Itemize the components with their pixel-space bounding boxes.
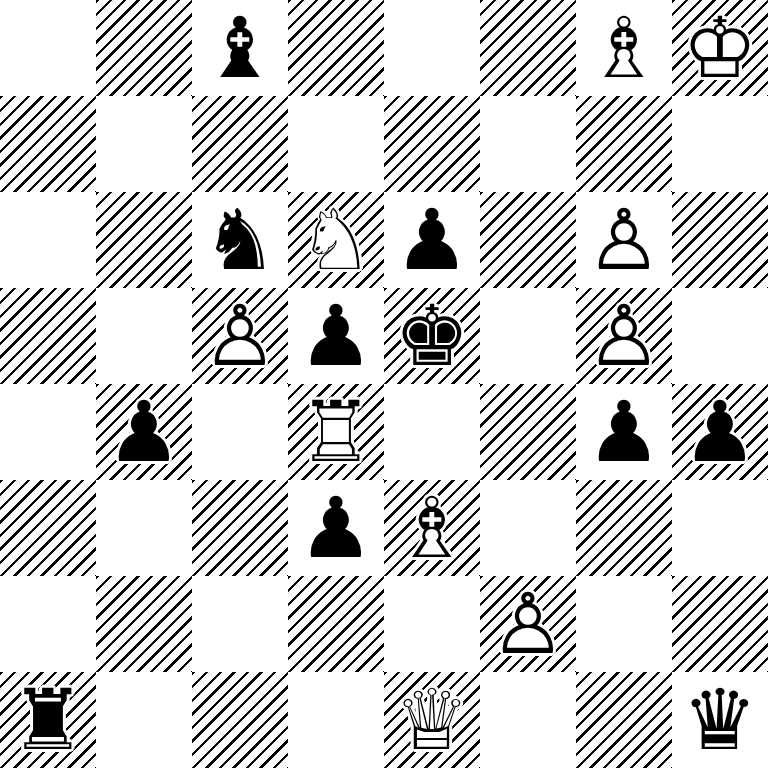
black-rook-icon: ♜ xyxy=(0,672,96,768)
square-g1[interactable] xyxy=(576,672,672,768)
black-pawn-icon: ♟ xyxy=(672,384,768,480)
white-pawn-icon: ♙ xyxy=(480,576,576,672)
square-b8[interactable] xyxy=(96,0,192,96)
white-knight-icon: ♘ xyxy=(288,192,384,288)
square-e3[interactable]: ♝♗ xyxy=(384,480,480,576)
square-c5[interactable]: ♟♙ xyxy=(192,288,288,384)
chess-board: ♝♝♝♗♚♔♞♞♞♘♟♟♟♙♟♙♟♟♚♚♟♙♟♟♜♖♟♟♟♟♟♟♝♗♟♙♜♜♛♕… xyxy=(0,0,768,768)
square-c1[interactable] xyxy=(192,672,288,768)
square-c8[interactable]: ♝♝ xyxy=(192,0,288,96)
square-b3[interactable] xyxy=(96,480,192,576)
square-b2[interactable] xyxy=(96,576,192,672)
square-g8[interactable]: ♝♗ xyxy=(576,0,672,96)
square-h5[interactable] xyxy=(672,288,768,384)
square-f3[interactable] xyxy=(480,480,576,576)
square-f7[interactable] xyxy=(480,96,576,192)
white-queen-icon: ♕ xyxy=(384,672,480,768)
square-g4[interactable]: ♟♟ xyxy=(576,384,672,480)
square-a1[interactable]: ♜♜ xyxy=(0,672,96,768)
square-e1[interactable]: ♛♕ xyxy=(384,672,480,768)
square-a8[interactable] xyxy=(0,0,96,96)
white-pawn-icon: ♙ xyxy=(192,288,288,384)
square-e5[interactable]: ♚♚ xyxy=(384,288,480,384)
square-a6[interactable] xyxy=(0,192,96,288)
square-e7[interactable] xyxy=(384,96,480,192)
white-king-icon: ♔ xyxy=(672,0,768,96)
square-a5[interactable] xyxy=(0,288,96,384)
square-e8[interactable] xyxy=(384,0,480,96)
square-g3[interactable] xyxy=(576,480,672,576)
black-pawn-icon: ♟ xyxy=(384,192,480,288)
black-knight-icon: ♞ xyxy=(192,192,288,288)
square-d7[interactable] xyxy=(288,96,384,192)
black-pawn-icon: ♟ xyxy=(96,384,192,480)
white-bishop-icon: ♗ xyxy=(576,0,672,96)
black-queen-icon: ♛ xyxy=(672,672,768,768)
square-b5[interactable] xyxy=(96,288,192,384)
square-e2[interactable] xyxy=(384,576,480,672)
square-c2[interactable] xyxy=(192,576,288,672)
black-king-icon: ♚ xyxy=(384,288,480,384)
square-f6[interactable] xyxy=(480,192,576,288)
square-f8[interactable] xyxy=(480,0,576,96)
black-pawn-icon: ♟ xyxy=(288,480,384,576)
square-f1[interactable] xyxy=(480,672,576,768)
square-f4[interactable] xyxy=(480,384,576,480)
white-pawn-icon: ♙ xyxy=(576,192,672,288)
square-h2[interactable] xyxy=(672,576,768,672)
square-g5[interactable]: ♟♙ xyxy=(576,288,672,384)
square-h6[interactable] xyxy=(672,192,768,288)
square-f5[interactable] xyxy=(480,288,576,384)
square-g6[interactable]: ♟♙ xyxy=(576,192,672,288)
square-a3[interactable] xyxy=(0,480,96,576)
square-d2[interactable] xyxy=(288,576,384,672)
square-a2[interactable] xyxy=(0,576,96,672)
square-b1[interactable] xyxy=(96,672,192,768)
square-d4[interactable]: ♜♖ xyxy=(288,384,384,480)
square-h1[interactable]: ♛♛ xyxy=(672,672,768,768)
square-d5[interactable]: ♟♟ xyxy=(288,288,384,384)
square-e6[interactable]: ♟♟ xyxy=(384,192,480,288)
black-pawn-icon: ♟ xyxy=(576,384,672,480)
square-d1[interactable] xyxy=(288,672,384,768)
black-bishop-icon: ♝ xyxy=(192,0,288,96)
black-pawn-icon: ♟ xyxy=(288,288,384,384)
square-c4[interactable] xyxy=(192,384,288,480)
square-c7[interactable] xyxy=(192,96,288,192)
square-h7[interactable] xyxy=(672,96,768,192)
square-c3[interactable] xyxy=(192,480,288,576)
white-pawn-icon: ♙ xyxy=(576,288,672,384)
square-b4[interactable]: ♟♟ xyxy=(96,384,192,480)
square-g7[interactable] xyxy=(576,96,672,192)
square-c6[interactable]: ♞♞ xyxy=(192,192,288,288)
square-d3[interactable]: ♟♟ xyxy=(288,480,384,576)
square-b6[interactable] xyxy=(96,192,192,288)
square-h3[interactable] xyxy=(672,480,768,576)
square-d8[interactable] xyxy=(288,0,384,96)
square-h8[interactable]: ♚♔ xyxy=(672,0,768,96)
square-e4[interactable] xyxy=(384,384,480,480)
square-a7[interactable] xyxy=(0,96,96,192)
square-a4[interactable] xyxy=(0,384,96,480)
white-bishop-icon: ♗ xyxy=(384,480,480,576)
square-f2[interactable]: ♟♙ xyxy=(480,576,576,672)
square-h4[interactable]: ♟♟ xyxy=(672,384,768,480)
square-g2[interactable] xyxy=(576,576,672,672)
square-d6[interactable]: ♞♘ xyxy=(288,192,384,288)
square-b7[interactable] xyxy=(96,96,192,192)
white-rook-icon: ♖ xyxy=(288,384,384,480)
